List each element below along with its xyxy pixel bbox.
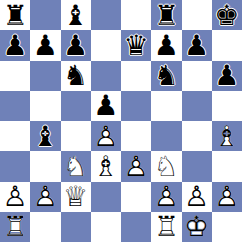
square-f1[interactable]: ♜♖ bbox=[151, 212, 181, 242]
square-b5[interactable] bbox=[30, 91, 60, 121]
square-e6[interactable] bbox=[121, 61, 151, 91]
black-rook: ♜ bbox=[0, 0, 30, 30]
black-pawn: ♟ bbox=[182, 30, 212, 60]
square-c1[interactable] bbox=[61, 212, 91, 242]
white-rook: ♜♖ bbox=[0, 212, 30, 242]
piece-outline-glyph: ♙ bbox=[182, 182, 212, 212]
square-c4[interactable] bbox=[61, 121, 91, 151]
black-pawn: ♟ bbox=[61, 30, 91, 60]
square-g5[interactable] bbox=[182, 91, 212, 121]
piece-outline-glyph: ♙ bbox=[91, 121, 121, 151]
white-pawn: ♟♙ bbox=[30, 182, 60, 212]
square-g1[interactable]: ♚♔ bbox=[182, 212, 212, 242]
square-h7[interactable] bbox=[212, 30, 242, 60]
piece-outline-glyph: ♖ bbox=[151, 212, 181, 242]
square-a1[interactable]: ♜♖ bbox=[0, 212, 30, 242]
square-e3[interactable]: ♟♙ bbox=[121, 151, 151, 181]
square-d5[interactable]: ♟ bbox=[91, 91, 121, 121]
square-c6[interactable]: ♞ bbox=[61, 61, 91, 91]
white-pawn: ♟♙ bbox=[91, 121, 121, 151]
square-f8[interactable]: ♜ bbox=[151, 0, 181, 30]
square-e1[interactable] bbox=[121, 212, 151, 242]
square-c5[interactable] bbox=[61, 91, 91, 121]
square-g7[interactable]: ♟ bbox=[182, 30, 212, 60]
square-a5[interactable] bbox=[0, 91, 30, 121]
black-knight: ♞ bbox=[151, 61, 181, 91]
black-pawn: ♟ bbox=[0, 30, 30, 60]
black-knight: ♞ bbox=[61, 61, 91, 91]
black-bishop: ♝ bbox=[61, 0, 91, 30]
square-d2[interactable] bbox=[91, 182, 121, 212]
white-pawn: ♟♙ bbox=[0, 182, 30, 212]
square-h6[interactable]: ♟ bbox=[212, 61, 242, 91]
square-g2[interactable]: ♟♙ bbox=[182, 182, 212, 212]
square-d8[interactable] bbox=[91, 0, 121, 30]
square-g6[interactable] bbox=[182, 61, 212, 91]
square-a6[interactable] bbox=[0, 61, 30, 91]
white-queen: ♛♕ bbox=[61, 182, 91, 212]
square-a8[interactable]: ♜ bbox=[0, 0, 30, 30]
square-f2[interactable]: ♟♙ bbox=[151, 182, 181, 212]
square-c7[interactable]: ♟ bbox=[61, 30, 91, 60]
square-f7[interactable]: ♟ bbox=[151, 30, 181, 60]
square-a2[interactable]: ♟♙ bbox=[0, 182, 30, 212]
white-pawn: ♟♙ bbox=[121, 151, 151, 181]
black-pawn: ♟ bbox=[212, 61, 242, 91]
square-e5[interactable] bbox=[121, 91, 151, 121]
piece-outline-glyph: ♘ bbox=[151, 151, 181, 181]
piece-outline-glyph: ♖ bbox=[0, 212, 30, 242]
square-d1[interactable] bbox=[91, 212, 121, 242]
piece-outline-glyph: ♔ bbox=[182, 212, 212, 242]
piece-outline-glyph: ♘ bbox=[61, 151, 91, 181]
square-c8[interactable]: ♝ bbox=[61, 0, 91, 30]
square-h1[interactable] bbox=[212, 212, 242, 242]
black-queen: ♛ bbox=[121, 30, 151, 60]
white-pawn: ♟♙ bbox=[212, 182, 242, 212]
piece-outline-glyph: ♙ bbox=[0, 182, 30, 212]
piece-outline-glyph: ♙ bbox=[30, 182, 60, 212]
black-king: ♚ bbox=[212, 0, 242, 30]
square-a3[interactable] bbox=[0, 151, 30, 181]
square-a4[interactable] bbox=[0, 121, 30, 151]
square-b1[interactable] bbox=[30, 212, 60, 242]
white-knight: ♞♘ bbox=[61, 151, 91, 181]
square-f4[interactable] bbox=[151, 121, 181, 151]
piece-outline-glyph: ♙ bbox=[212, 182, 242, 212]
white-bishop: ♝♗ bbox=[91, 151, 121, 181]
square-d3[interactable]: ♝♗ bbox=[91, 151, 121, 181]
square-g3[interactable] bbox=[182, 151, 212, 181]
square-a7[interactable]: ♟ bbox=[0, 30, 30, 60]
white-knight: ♞♘ bbox=[151, 151, 181, 181]
square-d7[interactable] bbox=[91, 30, 121, 60]
square-b8[interactable] bbox=[30, 0, 60, 30]
square-e7[interactable]: ♛ bbox=[121, 30, 151, 60]
square-g8[interactable] bbox=[182, 0, 212, 30]
square-b6[interactable] bbox=[30, 61, 60, 91]
white-bishop: ♝♗ bbox=[212, 121, 242, 151]
black-pawn: ♟ bbox=[151, 30, 181, 60]
black-pawn: ♟ bbox=[30, 30, 60, 60]
black-pawn: ♟ bbox=[91, 91, 121, 121]
square-h5[interactable] bbox=[212, 91, 242, 121]
square-c3[interactable]: ♞♘ bbox=[61, 151, 91, 181]
square-e4[interactable] bbox=[121, 121, 151, 151]
square-f6[interactable]: ♞ bbox=[151, 61, 181, 91]
white-king: ♚♔ bbox=[182, 212, 212, 242]
square-b7[interactable]: ♟ bbox=[30, 30, 60, 60]
black-rook: ♜ bbox=[151, 0, 181, 30]
piece-outline-glyph: ♙ bbox=[121, 151, 151, 181]
square-b4[interactable]: ♝ bbox=[30, 121, 60, 151]
square-f5[interactable] bbox=[151, 91, 181, 121]
black-bishop: ♝ bbox=[30, 121, 60, 151]
square-h4[interactable]: ♝♗ bbox=[212, 121, 242, 151]
piece-outline-glyph: ♙ bbox=[151, 182, 181, 212]
square-g4[interactable] bbox=[182, 121, 212, 151]
square-h8[interactable]: ♚ bbox=[212, 0, 242, 30]
square-h2[interactable]: ♟♙ bbox=[212, 182, 242, 212]
chess-board: ♜♝♜♚♟♟♟♛♟♟♞♞♟♟♝♟♙♝♗♞♘♝♗♟♙♞♘♟♙♟♙♛♕♟♙♟♙♟♙♜… bbox=[0, 0, 242, 242]
square-f3[interactable]: ♞♘ bbox=[151, 151, 181, 181]
piece-outline-glyph: ♗ bbox=[212, 121, 242, 151]
piece-outline-glyph: ♕ bbox=[61, 182, 91, 212]
square-d4[interactable]: ♟♙ bbox=[91, 121, 121, 151]
square-d6[interactable] bbox=[91, 61, 121, 91]
square-b3[interactable] bbox=[30, 151, 60, 181]
square-h3[interactable] bbox=[212, 151, 242, 181]
square-e8[interactable] bbox=[121, 0, 151, 30]
square-b2[interactable]: ♟♙ bbox=[30, 182, 60, 212]
white-rook: ♜♖ bbox=[151, 212, 181, 242]
white-pawn: ♟♙ bbox=[182, 182, 212, 212]
white-pawn: ♟♙ bbox=[151, 182, 181, 212]
piece-outline-glyph: ♗ bbox=[91, 151, 121, 181]
square-e2[interactable] bbox=[121, 182, 151, 212]
square-c2[interactable]: ♛♕ bbox=[61, 182, 91, 212]
